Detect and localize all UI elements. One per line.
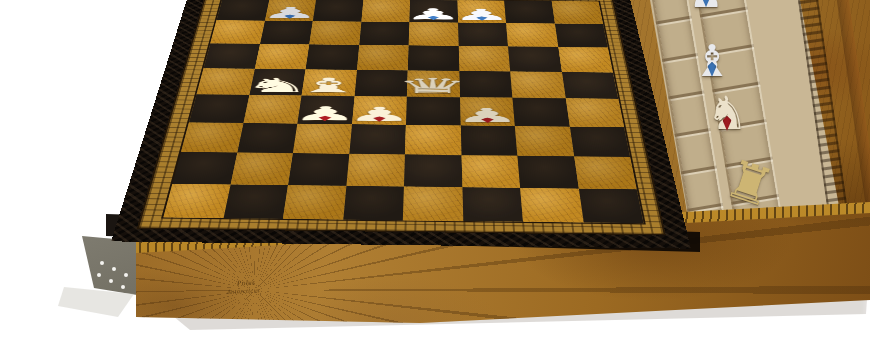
- tray-piece-blue-bishop[interactable]: ♝: [682, 40, 742, 82]
- tray-piece-blue-pawn[interactable]: ♟: [676, 0, 736, 12]
- tray-piece-white-knight[interactable]: ♞: [697, 92, 757, 136]
- tray-pieces-layer: ♟♝♞♜: [0, 0, 870, 340]
- piece-glyph: ♜: [720, 153, 780, 214]
- photo-canvas: Polus Antarcticus ♟♟♟♟♟♟♟♜♞♝♚♛♝♞♟♟♟♟♟♟♟ …: [0, 0, 870, 340]
- tray-piece-gold-rook[interactable]: ♜: [713, 151, 785, 217]
